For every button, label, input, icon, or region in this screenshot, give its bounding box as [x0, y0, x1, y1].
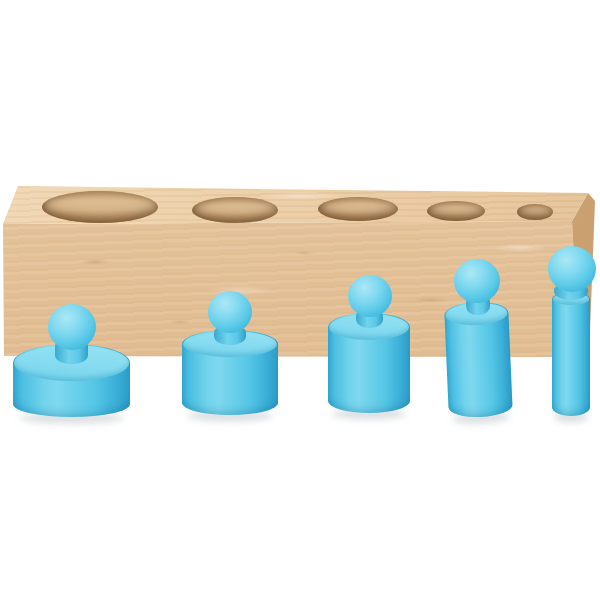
- cylinder-5: [0, 0, 600, 600]
- product-photo-stage: [0, 0, 600, 600]
- cylinder-5-body: [552, 292, 590, 416]
- cylinder-5-knob-ball: [548, 246, 596, 292]
